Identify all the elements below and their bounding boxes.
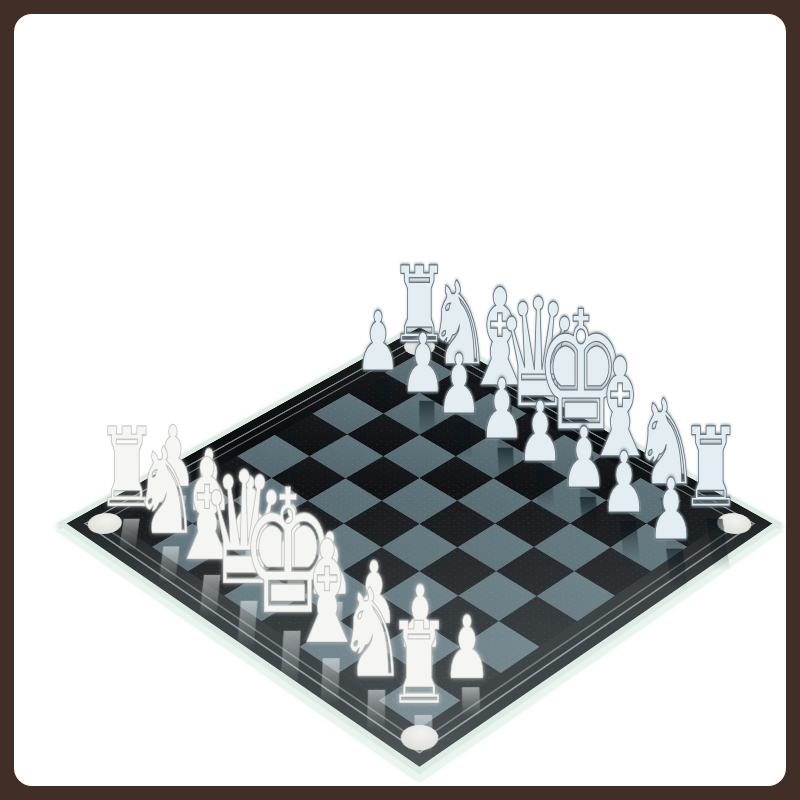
clear-piece-glyph: ♟ <box>647 468 694 553</box>
clear-piece-glyph: ♟ <box>436 343 482 426</box>
product-photo: ♜♞♝♛♚♝♞♜♟♟♟♟♟♟♟♟♟♟♟♟♟♟♟♟♜♞♝♛♚♝♞♜ <box>0 0 800 800</box>
frosted-piece-glyph: ♜ <box>387 607 450 721</box>
frosted-rook-h1: ♜ <box>419 718 521 786</box>
chess-set-scene: ♜♞♝♛♚♝♞♜♟♟♟♟♟♟♟♟♟♟♟♟♟♟♟♟♜♞♝♛♚♝♞♜ <box>14 14 786 786</box>
clear-piece-glyph: ♟ <box>355 301 401 383</box>
pieces-layer: ♜♞♝♛♚♝♞♜♟♟♟♟♟♟♟♟♟♟♟♟♟♟♟♟♜♞♝♛♚♝♞♜ <box>14 14 786 786</box>
clear-pawn-h7: ♟ <box>671 550 747 635</box>
clear-piece-glyph: ♟ <box>517 391 564 475</box>
clear-piece-glyph: ♟ <box>601 440 648 525</box>
photo-background: ♜♞♝♛♚♝♞♜♟♟♟♟♟♟♟♟♟♟♟♟♟♟♟♟♜♞♝♛♚♝♞♜ <box>14 14 786 786</box>
